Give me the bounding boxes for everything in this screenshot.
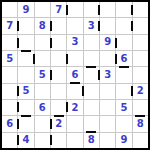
given-digit: 3 (104, 70, 111, 80)
cell-r9c7[interactable] (100, 133, 115, 148)
cell-r6c1[interactable] (2, 84, 17, 99)
cell-r5c2[interactable] (18, 67, 33, 82)
cell-r2c1[interactable]: 7 (2, 18, 17, 33)
cell-r4c4[interactable] (51, 51, 66, 66)
cell-r3c6[interactable] (84, 35, 99, 50)
cell-r2c3[interactable]: 8 (35, 18, 50, 33)
cell-r7c2[interactable] (18, 100, 33, 115)
cell-r2c7[interactable] (100, 18, 115, 33)
cell-r6c3[interactable] (35, 84, 50, 99)
cell-r1c8[interactable] (116, 2, 131, 17)
cell-r5c7[interactable]: 3 (100, 67, 115, 82)
cell-r4c8[interactable]: 6 (116, 51, 131, 66)
cell-r4c3[interactable] (35, 51, 50, 66)
given-digit: 2 (137, 86, 144, 96)
cell-r6c9[interactable]: 2 (133, 84, 148, 99)
cell-r4c9[interactable] (133, 51, 148, 66)
cell-r2c4[interactable] (51, 18, 66, 33)
given-digit: 6 (72, 70, 79, 80)
cell-r8c4[interactable]: 2 (51, 116, 66, 131)
given-digit: 4 (23, 135, 30, 145)
cell-r6c7[interactable] (100, 84, 115, 99)
given-digit: 6 (6, 119, 13, 129)
given-digit: 2 (72, 103, 79, 113)
cell-r8c3[interactable] (35, 116, 50, 131)
cell-r7c3[interactable]: 6 (35, 100, 50, 115)
given-digit: 3 (72, 37, 79, 47)
cell-r3c4[interactable] (51, 35, 66, 50)
given-digit: 9 (104, 37, 111, 47)
given-digit: 2 (55, 119, 62, 129)
cell-r4c2[interactable] (18, 51, 33, 66)
cell-r1c3[interactable] (35, 2, 50, 17)
cell-r9c1[interactable] (2, 133, 17, 148)
cell-r3c5[interactable]: 3 (67, 35, 82, 50)
cell-r9c3[interactable] (35, 133, 50, 148)
given-digit: 8 (88, 135, 95, 145)
given-digit: 6 (121, 54, 128, 64)
cell-r5c6[interactable] (84, 67, 99, 82)
cell-r8c7[interactable] (100, 116, 115, 131)
given-digit: 5 (39, 70, 46, 80)
given-digit: 8 (137, 119, 144, 129)
cell-r6c5[interactable] (67, 84, 82, 99)
cell-r2c8[interactable] (116, 18, 131, 33)
cell-r7c9[interactable] (133, 100, 148, 115)
cell-r3c8[interactable] (116, 35, 131, 50)
cell-r3c1[interactable] (2, 35, 17, 50)
cell-r7c6[interactable] (84, 100, 99, 115)
given-digit: 7 (6, 21, 13, 31)
cell-r1c9[interactable] (133, 2, 148, 17)
cell-r8c1[interactable]: 6 (2, 116, 17, 131)
cell-r5c1[interactable] (2, 67, 17, 82)
cell-r8c5[interactable] (67, 116, 82, 131)
given-digit: 5 (6, 54, 13, 64)
cell-r4c6[interactable] (84, 51, 99, 66)
cell-r8c9[interactable]: 8 (133, 116, 148, 131)
cell-r6c4[interactable] (51, 84, 66, 99)
cell-r5c3[interactable]: 5 (35, 67, 50, 82)
cell-r1c7[interactable] (100, 2, 115, 17)
cell-r7c5[interactable]: 2 (67, 100, 82, 115)
cell-r7c1[interactable] (2, 100, 17, 115)
cell-r1c2[interactable]: 9 (18, 2, 33, 17)
given-digit: 5 (23, 86, 30, 96)
cell-r2c5[interactable] (67, 18, 82, 33)
cell-r1c5[interactable] (67, 2, 82, 17)
cell-r5c9[interactable] (133, 67, 148, 82)
sudoku-grid: 97783395656352625628489 (2, 2, 148, 148)
cell-r4c1[interactable]: 5 (2, 51, 17, 66)
cell-r9c5[interactable] (67, 133, 82, 148)
cell-r3c2[interactable] (18, 35, 33, 50)
cell-r6c2[interactable]: 5 (18, 84, 33, 99)
cell-r9c2[interactable]: 4 (18, 133, 33, 148)
cell-r2c9[interactable] (133, 18, 148, 33)
cell-r1c1[interactable] (2, 2, 17, 17)
given-digit: 8 (39, 21, 46, 31)
sudoku-board: 97783395656352625628489 (0, 0, 150, 150)
given-digit: 5 (121, 103, 128, 113)
cell-r5c4[interactable] (51, 67, 66, 82)
cell-r7c7[interactable] (100, 100, 115, 115)
cell-r7c8[interactable]: 5 (116, 100, 131, 115)
cell-r5c5[interactable]: 6 (67, 67, 82, 82)
cell-r6c6[interactable] (84, 84, 99, 99)
given-digit: 6 (39, 103, 46, 113)
cell-r1c6[interactable] (84, 2, 99, 17)
cell-r2c2[interactable] (18, 18, 33, 33)
cell-r9c8[interactable]: 9 (116, 133, 131, 148)
cell-r2c6[interactable]: 3 (84, 18, 99, 33)
cell-r5c8[interactable] (116, 67, 131, 82)
cell-r4c7[interactable] (100, 51, 115, 66)
cell-r9c9[interactable] (133, 133, 148, 148)
cell-r8c8[interactable] (116, 116, 131, 131)
cell-r3c3[interactable] (35, 35, 50, 50)
cell-r8c2[interactable] (18, 116, 33, 131)
cell-r9c4[interactable] (51, 133, 66, 148)
given-digit: 9 (121, 135, 128, 145)
given-digit: 3 (88, 21, 95, 31)
cell-r1c4[interactable]: 7 (51, 2, 66, 17)
cell-r6c8[interactable] (116, 84, 131, 99)
cell-r3c7[interactable]: 9 (100, 35, 115, 50)
cell-r4c5[interactable] (67, 51, 82, 66)
cell-r9c6[interactable]: 8 (84, 133, 99, 148)
given-digit: 7 (55, 5, 62, 15)
cell-r8c6[interactable] (84, 116, 99, 131)
cell-r7c4[interactable] (51, 100, 66, 115)
cell-r3c9[interactable] (133, 35, 148, 50)
given-digit: 9 (23, 5, 30, 15)
